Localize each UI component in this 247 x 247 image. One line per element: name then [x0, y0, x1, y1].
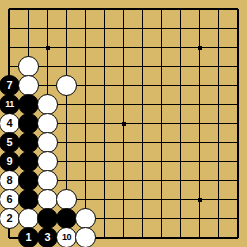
intersection-H3[interactable] [133, 190, 152, 209]
intersection-D1[interactable]: 10 [57, 228, 76, 247]
white-stone [37, 189, 58, 210]
intersection-F13[interactable] [95, 0, 114, 19]
intersection-M5[interactable] [209, 152, 228, 171]
intersection-F3[interactable] [95, 190, 114, 209]
intersection-F2[interactable] [95, 209, 114, 228]
goban: 7114598621310 [0, 0, 247, 247]
intersection-H2[interactable] [133, 209, 152, 228]
white-stone [18, 208, 39, 229]
black-stone-move-5: 5 [0, 132, 20, 153]
intersection-B9[interactable] [19, 76, 38, 95]
intersection-N3[interactable] [228, 190, 247, 209]
intersection-C7[interactable] [38, 114, 57, 133]
white-stone-move-6: 6 [0, 189, 20, 210]
intersection-N9[interactable] [228, 76, 247, 95]
intersection-A4[interactable]: 8 [0, 171, 19, 190]
intersection-M11[interactable] [209, 38, 228, 57]
intersection-G12[interactable] [114, 19, 133, 38]
intersection-N10[interactable] [228, 57, 247, 76]
intersection-F4[interactable] [95, 171, 114, 190]
intersection-L8[interactable] [190, 95, 209, 114]
intersection-N2[interactable] [228, 209, 247, 228]
intersection-B7[interactable] [19, 114, 38, 133]
intersection-A3[interactable]: 6 [0, 190, 19, 209]
intersection-K8[interactable] [171, 95, 190, 114]
white-stone [37, 113, 58, 134]
intersection-C12[interactable] [38, 19, 57, 38]
intersection-J12[interactable] [152, 19, 171, 38]
black-stone [18, 94, 39, 115]
intersection-B4[interactable] [19, 171, 38, 190]
intersection-B12[interactable] [19, 19, 38, 38]
intersection-A10[interactable] [0, 57, 19, 76]
intersection-G8[interactable] [114, 95, 133, 114]
white-stone [75, 208, 96, 229]
black-stone-move-11: 11 [0, 94, 20, 115]
black-stone [18, 113, 39, 134]
intersection-G10[interactable] [114, 57, 133, 76]
intersection-D3[interactable] [57, 190, 76, 209]
intersection-L7[interactable] [190, 114, 209, 133]
intersection-K12[interactable] [171, 19, 190, 38]
intersection-A5[interactable]: 9 [0, 152, 19, 171]
intersection-J3[interactable] [152, 190, 171, 209]
intersection-E8[interactable] [76, 95, 95, 114]
intersection-M2[interactable] [209, 209, 228, 228]
intersection-H10[interactable] [133, 57, 152, 76]
intersection-J9[interactable] [152, 76, 171, 95]
intersection-D2[interactable] [57, 209, 76, 228]
intersection-J13[interactable] [152, 0, 171, 19]
intersection-F11[interactable] [95, 38, 114, 57]
intersection-C3[interactable] [38, 190, 57, 209]
intersection-M10[interactable] [209, 57, 228, 76]
intersection-F12[interactable] [95, 19, 114, 38]
intersection-K1[interactable] [171, 228, 190, 247]
intersection-L5[interactable] [190, 152, 209, 171]
intersection-N6[interactable] [228, 133, 247, 152]
intersection-E11[interactable] [76, 38, 95, 57]
intersection-J5[interactable] [152, 152, 171, 171]
intersection-L6[interactable] [190, 133, 209, 152]
intersection-M3[interactable] [209, 190, 228, 209]
intersection-C8[interactable] [38, 95, 57, 114]
intersection-A6[interactable]: 5 [0, 133, 19, 152]
intersection-L11[interactable] [190, 38, 209, 57]
intersection-N8[interactable] [228, 95, 247, 114]
intersection-D12[interactable] [57, 19, 76, 38]
intersection-C9[interactable] [38, 76, 57, 95]
black-stone [56, 208, 77, 229]
intersection-D9[interactable] [57, 76, 76, 95]
intersection-J8[interactable] [152, 95, 171, 114]
black-stone [18, 132, 39, 153]
intersection-G2[interactable] [114, 209, 133, 228]
go-diagram: 7114598621310 [0, 0, 247, 247]
intersection-C1[interactable]: 3 [38, 228, 57, 247]
intersection-C6[interactable] [38, 133, 57, 152]
white-stone [18, 56, 39, 77]
intersection-A8[interactable]: 11 [0, 95, 19, 114]
intersection-L3[interactable] [190, 190, 209, 209]
intersection-E10[interactable] [76, 57, 95, 76]
intersection-D4[interactable] [57, 171, 76, 190]
intersection-H4[interactable] [133, 171, 152, 190]
white-stone [37, 151, 58, 172]
intersection-M7[interactable] [209, 114, 228, 133]
intersection-M8[interactable] [209, 95, 228, 114]
intersection-F7[interactable] [95, 114, 114, 133]
intersection-D11[interactable] [57, 38, 76, 57]
intersection-H9[interactable] [133, 76, 152, 95]
intersection-N1[interactable] [228, 228, 247, 247]
intersection-E12[interactable] [76, 19, 95, 38]
intersection-G5[interactable] [114, 152, 133, 171]
intersection-H5[interactable] [133, 152, 152, 171]
intersection-D10[interactable] [57, 57, 76, 76]
intersection-C11[interactable] [38, 38, 57, 57]
intersection-M13[interactable] [209, 0, 228, 19]
white-stone-move-2: 2 [0, 208, 20, 229]
intersection-K4[interactable] [171, 171, 190, 190]
intersection-E1[interactable] [76, 228, 95, 247]
intersection-J1[interactable] [152, 228, 171, 247]
intersection-N5[interactable] [228, 152, 247, 171]
intersection-E5[interactable] [76, 152, 95, 171]
intersection-B11[interactable] [19, 38, 38, 57]
intersection-G9[interactable] [114, 76, 133, 95]
intersection-B5[interactable] [19, 152, 38, 171]
intersection-B8[interactable] [19, 95, 38, 114]
intersection-N7[interactable] [228, 114, 247, 133]
star-point [46, 46, 50, 50]
intersection-J4[interactable] [152, 171, 171, 190]
intersection-N11[interactable] [228, 38, 247, 57]
intersection-J11[interactable] [152, 38, 171, 57]
white-stone-move-8: 8 [0, 170, 20, 191]
intersection-H12[interactable] [133, 19, 152, 38]
intersection-E2[interactable] [76, 209, 95, 228]
intersection-K6[interactable] [171, 133, 190, 152]
white-stone [37, 132, 58, 153]
black-stone [18, 189, 39, 210]
intersection-G7[interactable] [114, 114, 133, 133]
intersection-D13[interactable] [57, 0, 76, 19]
intersection-E13[interactable] [76, 0, 95, 19]
intersection-L1[interactable] [190, 228, 209, 247]
star-point [198, 198, 202, 202]
intersection-N13[interactable] [228, 0, 247, 19]
intersection-A12[interactable] [0, 19, 19, 38]
intersection-L13[interactable] [190, 0, 209, 19]
intersection-E3[interactable] [76, 190, 95, 209]
intersection-J7[interactable] [152, 114, 171, 133]
intersection-B13[interactable] [19, 0, 38, 19]
intersection-A11[interactable] [0, 38, 19, 57]
intersection-F9[interactable] [95, 76, 114, 95]
intersection-E9[interactable] [76, 76, 95, 95]
white-stone [37, 94, 58, 115]
white-stone-move-10: 10 [56, 227, 77, 247]
black-stone-move-1: 1 [18, 227, 39, 247]
intersection-K13[interactable] [171, 0, 190, 19]
intersection-G3[interactable] [114, 190, 133, 209]
intersection-K5[interactable] [171, 152, 190, 171]
intersection-L4[interactable] [190, 171, 209, 190]
black-stone [18, 151, 39, 172]
intersection-M12[interactable] [209, 19, 228, 38]
intersection-B2[interactable] [19, 209, 38, 228]
intersection-A9[interactable]: 7 [0, 76, 19, 95]
white-stone [56, 189, 77, 210]
intersection-C10[interactable] [38, 57, 57, 76]
intersection-A7[interactable]: 4 [0, 114, 19, 133]
black-stone-move-9: 9 [0, 151, 20, 172]
intersection-J2[interactable] [152, 209, 171, 228]
intersection-K11[interactable] [171, 38, 190, 57]
white-stone [37, 170, 58, 191]
star-point [198, 46, 202, 50]
intersection-J10[interactable] [152, 57, 171, 76]
intersection-A13[interactable] [0, 0, 19, 19]
intersection-K2[interactable] [171, 209, 190, 228]
intersection-L10[interactable] [190, 57, 209, 76]
intersection-A1[interactable] [0, 228, 19, 247]
black-stone [37, 208, 58, 229]
star-point [122, 122, 126, 126]
intersection-K10[interactable] [171, 57, 190, 76]
intersection-N12[interactable] [228, 19, 247, 38]
intersection-A2[interactable]: 2 [0, 209, 19, 228]
intersection-C4[interactable] [38, 171, 57, 190]
intersection-G6[interactable] [114, 133, 133, 152]
intersection-B10[interactable] [19, 57, 38, 76]
intersection-K9[interactable] [171, 76, 190, 95]
intersection-D8[interactable] [57, 95, 76, 114]
intersection-D5[interactable] [57, 152, 76, 171]
intersection-E4[interactable] [76, 171, 95, 190]
intersection-F10[interactable] [95, 57, 114, 76]
white-stone-move-4: 4 [0, 113, 20, 134]
intersection-F1[interactable] [95, 228, 114, 247]
intersection-F6[interactable] [95, 133, 114, 152]
intersection-H13[interactable] [133, 0, 152, 19]
intersection-L12[interactable] [190, 19, 209, 38]
intersection-F5[interactable] [95, 152, 114, 171]
intersection-L9[interactable] [190, 76, 209, 95]
intersection-D6[interactable] [57, 133, 76, 152]
intersection-C2[interactable] [38, 209, 57, 228]
intersection-C13[interactable] [38, 0, 57, 19]
intersection-L2[interactable] [190, 209, 209, 228]
white-stone [18, 75, 39, 96]
intersection-E7[interactable] [76, 114, 95, 133]
intersection-K7[interactable] [171, 114, 190, 133]
intersection-K3[interactable] [171, 190, 190, 209]
black-stone-move-7: 7 [0, 75, 20, 96]
intersection-G1[interactable] [114, 228, 133, 247]
intersection-N4[interactable] [228, 171, 247, 190]
intersection-H8[interactable] [133, 95, 152, 114]
intersection-H11[interactable] [133, 38, 152, 57]
intersection-B1[interactable]: 1 [19, 228, 38, 247]
intersection-G13[interactable] [114, 0, 133, 19]
intersection-H1[interactable] [133, 228, 152, 247]
intersection-M4[interactable] [209, 171, 228, 190]
intersection-J6[interactable] [152, 133, 171, 152]
intersection-G4[interactable] [114, 171, 133, 190]
white-stone [75, 227, 96, 247]
intersection-E6[interactable] [76, 133, 95, 152]
intersection-M6[interactable] [209, 133, 228, 152]
black-stone [18, 170, 39, 191]
intersection-D7[interactable] [57, 114, 76, 133]
white-stone [56, 75, 77, 96]
intersection-F8[interactable] [95, 95, 114, 114]
intersection-G11[interactable] [114, 38, 133, 57]
black-stone-move-3: 3 [37, 227, 58, 247]
intersection-H6[interactable] [133, 133, 152, 152]
intersection-C5[interactable] [38, 152, 57, 171]
intersection-B6[interactable] [19, 133, 38, 152]
intersection-M9[interactable] [209, 76, 228, 95]
intersection-M1[interactable] [209, 228, 228, 247]
intersection-B3[interactable] [19, 190, 38, 209]
intersection-H7[interactable] [133, 114, 152, 133]
